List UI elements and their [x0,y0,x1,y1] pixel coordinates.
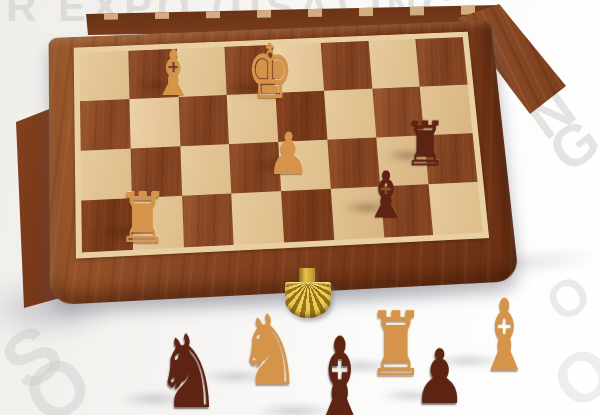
watermark-fragment: O [541,333,600,415]
ground-piece-black-bishop: ♝ [308,322,371,415]
ground-piece-white-knight: ♞ [238,302,301,399]
board-piece-black-bishop: ♝ [364,163,408,227]
board-square [232,191,285,245]
board-square [321,41,372,91]
board-square [79,51,129,101]
board-square [429,182,483,235]
board-square [281,189,334,242]
board-square [182,194,234,248]
board-piece-white-pawn: ♟ [267,126,309,183]
ground-piece-black-pawn: ♟ [413,340,465,415]
board-square [368,39,420,88]
board-square [180,144,232,196]
board-piece-white-rook: ♜ [117,185,168,253]
board-piece-white-king: ♚ [247,34,294,110]
ground-piece-black-knight: ♞ [156,322,221,415]
ground-piece-white-bishop: ♝ [478,286,531,385]
watermark-fragment: O [537,265,600,331]
board-square [324,88,376,139]
board-piece-black-rook: ♜ [404,113,446,174]
board-square [416,37,468,86]
product-photo-scene: R EXPO (USA) INC S O N G O O ♝ ♚ ♟ ♜ ♝ ♜… [0,0,600,415]
board-piece-white-bishop: ♝ [152,43,194,104]
board-square [80,99,130,150]
